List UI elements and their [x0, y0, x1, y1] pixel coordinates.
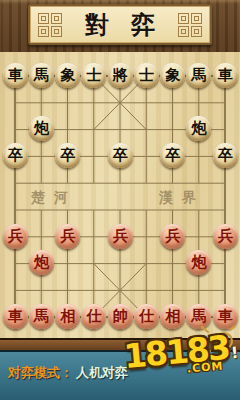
watermark-exclaim: ! — [230, 343, 239, 363]
xiangqi-board[interactable]: 楚河 漢界 車馬象士將士象馬車炮炮卒卒卒卒卒兵兵兵兵兵炮炮車馬相仕帥仕相馬車 — [0, 52, 240, 338]
piece-glyph: 兵 — [8, 229, 23, 244]
piece-black-horse[interactable]: 馬 — [186, 63, 211, 88]
piece-black-advisor[interactable]: 士 — [134, 63, 159, 88]
piece-glyph: 車 — [218, 309, 233, 324]
piece-glyph: 炮 — [34, 121, 49, 136]
piece-glyph: 象 — [60, 68, 75, 83]
meander-pattern-right — [178, 13, 202, 37]
piece-black-cannon[interactable]: 炮 — [29, 116, 54, 141]
pieces-layer: 車馬象士將士象馬車炮炮卒卒卒卒卒兵兵兵兵兵炮炮車馬相仕帥仕相馬車 — [2, 62, 238, 330]
piece-red-elephant[interactable]: 相 — [55, 304, 80, 329]
piece-glyph: 士 — [86, 68, 101, 83]
piece-black-elephant[interactable]: 象 — [55, 63, 80, 88]
piece-glyph: 相 — [60, 309, 75, 324]
piece-red-cannon[interactable]: 炮 — [186, 250, 211, 275]
piece-red-general[interactable]: 帥 — [108, 304, 133, 329]
piece-black-soldier[interactable]: 卒 — [55, 143, 80, 168]
piece-glyph: 卒 — [218, 148, 233, 163]
piece-glyph: 仕 — [86, 309, 101, 324]
18183-watermark: 18183! .COM — [119, 329, 240, 375]
piece-glyph: 車 — [218, 68, 233, 83]
piece-glyph: 車 — [8, 68, 23, 83]
piece-glyph: 車 — [8, 309, 23, 324]
piece-glyph: 兵 — [218, 229, 233, 244]
piece-glyph: 炮 — [191, 121, 206, 136]
piece-red-cannon[interactable]: 炮 — [29, 250, 54, 275]
piece-glyph: 卒 — [60, 148, 75, 163]
piece-glyph: 士 — [139, 68, 154, 83]
piece-red-soldier[interactable]: 兵 — [3, 224, 28, 249]
piece-black-advisor[interactable]: 士 — [81, 63, 106, 88]
piece-glyph: 卒 — [113, 148, 128, 163]
piece-glyph: 馬 — [191, 68, 206, 83]
game-mode-text: 对弈模式：人机对弈 — [8, 364, 128, 382]
piece-red-elephant[interactable]: 相 — [160, 304, 185, 329]
piece-black-elephant[interactable]: 象 — [160, 63, 185, 88]
title-plaque: 對弈 — [28, 4, 212, 45]
piece-red-horse[interactable]: 馬 — [29, 304, 54, 329]
piece-glyph: 炮 — [34, 255, 49, 270]
piece-red-soldier[interactable]: 兵 — [160, 224, 185, 249]
piece-glyph: 兵 — [113, 229, 128, 244]
piece-glyph: 馬 — [34, 309, 49, 324]
piece-black-general[interactable]: 將 — [108, 63, 133, 88]
piece-red-soldier[interactable]: 兵 — [108, 224, 133, 249]
piece-glyph: 相 — [165, 309, 180, 324]
piece-glyph: 象 — [165, 68, 180, 83]
header: 對弈 — [0, 0, 240, 55]
xiangqi-app: 對弈 — [0, 0, 240, 400]
piece-glyph: 卒 — [165, 148, 180, 163]
piece-glyph: 卒 — [8, 148, 23, 163]
piece-red-soldier[interactable]: 兵 — [213, 224, 238, 249]
piece-black-soldier[interactable]: 卒 — [160, 143, 185, 168]
piece-black-soldier[interactable]: 卒 — [3, 143, 28, 168]
piece-red-advisor[interactable]: 仕 — [81, 304, 106, 329]
piece-red-chariot[interactable]: 車 — [3, 304, 28, 329]
piece-glyph: 將 — [113, 68, 128, 83]
piece-glyph: 馬 — [191, 309, 206, 324]
piece-black-chariot[interactable]: 車 — [3, 63, 28, 88]
piece-red-advisor[interactable]: 仕 — [134, 304, 159, 329]
piece-glyph: 兵 — [60, 229, 75, 244]
piece-glyph: 馬 — [34, 68, 49, 83]
piece-glyph: 兵 — [165, 229, 180, 244]
piece-black-soldier[interactable]: 卒 — [108, 143, 133, 168]
meander-pattern-left — [38, 13, 62, 37]
piece-black-horse[interactable]: 馬 — [29, 63, 54, 88]
piece-glyph: 帥 — [113, 309, 128, 324]
piece-black-soldier[interactable]: 卒 — [213, 143, 238, 168]
piece-red-soldier[interactable]: 兵 — [55, 224, 80, 249]
piece-glyph: 炮 — [191, 255, 206, 270]
piece-black-cannon[interactable]: 炮 — [186, 116, 211, 141]
piece-black-chariot[interactable]: 車 — [213, 63, 238, 88]
mode-label: 对弈模式： — [8, 365, 73, 380]
piece-glyph: 仕 — [139, 309, 154, 324]
